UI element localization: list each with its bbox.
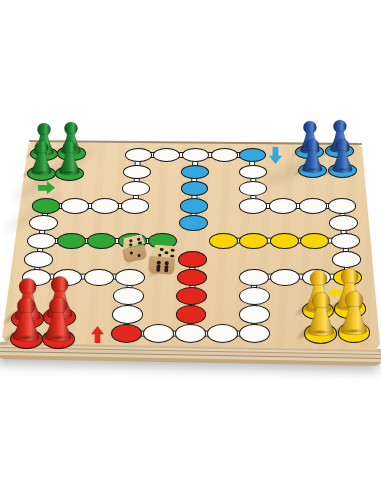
die-1-showing-4[interactable] <box>118 234 148 264</box>
track-field-25[interactable] <box>239 305 270 324</box>
die-front-face <box>148 257 176 276</box>
die-pip <box>164 269 168 273</box>
pawn-yellow-3[interactable] <box>305 291 337 336</box>
track-field-9[interactable] <box>211 148 238 162</box>
home-field-red-1[interactable] <box>176 305 207 324</box>
track-field-34[interactable] <box>84 269 114 286</box>
track-field-2[interactable] <box>91 198 119 213</box>
die-pip <box>137 238 141 241</box>
pawn-green-3[interactable] <box>29 140 54 175</box>
die-pip <box>165 252 169 255</box>
home-field-yellow-4[interactable] <box>209 233 238 249</box>
die-pip <box>157 268 161 272</box>
track-field-38[interactable] <box>27 233 56 249</box>
home-field-red-3[interactable] <box>177 269 207 286</box>
track-field-8[interactable] <box>182 148 209 162</box>
track-field-5[interactable] <box>123 165 150 179</box>
die-pip <box>160 248 164 251</box>
track-field-24[interactable] <box>239 287 269 305</box>
die-pip <box>129 239 133 242</box>
track-field-14[interactable] <box>269 198 297 213</box>
track-field-7[interactable] <box>153 148 180 162</box>
track-field-29[interactable] <box>143 324 174 343</box>
track-field-11[interactable] <box>239 165 266 179</box>
track-field-39[interactable] <box>29 215 58 231</box>
pawn-blue-3[interactable] <box>300 138 325 173</box>
track-field-15[interactable] <box>299 198 327 213</box>
home-field-red-4[interactable] <box>178 251 207 268</box>
home-field-red-2[interactable] <box>176 287 206 305</box>
pawn-red-4[interactable] <box>42 296 74 341</box>
track-field-28[interactable] <box>175 324 206 343</box>
track-field-32[interactable] <box>113 287 143 305</box>
track-field-22[interactable] <box>270 269 300 286</box>
track-field-1[interactable] <box>61 198 89 213</box>
track-field-13[interactable] <box>239 198 267 213</box>
track-field-16[interactable] <box>328 198 356 213</box>
track-field-37[interactable] <box>24 251 53 268</box>
pawn-contact-shadow <box>59 170 80 175</box>
track-field-27[interactable] <box>207 324 238 343</box>
pawn-yellow-4[interactable] <box>338 290 370 335</box>
pawn-blue-4[interactable] <box>330 138 355 173</box>
start-field-blue[interactable] <box>239 148 266 162</box>
home-field-blue-1[interactable] <box>181 165 208 179</box>
track-field-4[interactable] <box>122 181 150 196</box>
home-field-green-1[interactable] <box>57 233 86 249</box>
track-field-6[interactable] <box>125 148 152 162</box>
track-field-23[interactable] <box>239 269 269 286</box>
pawn-green-4[interactable] <box>57 140 82 175</box>
ludo-board-photo <box>0 0 381 492</box>
start-field-red[interactable] <box>111 324 142 343</box>
home-field-yellow-2[interactable] <box>270 233 299 249</box>
die-pip <box>137 254 141 258</box>
track-field-19[interactable] <box>332 251 361 268</box>
track-field-12[interactable] <box>239 181 267 196</box>
die-pip <box>129 251 133 255</box>
home-field-blue-3[interactable] <box>180 198 208 213</box>
die-2-showing-5[interactable] <box>147 244 178 275</box>
track-field-3[interactable] <box>121 198 149 213</box>
track-field-31[interactable] <box>112 305 143 324</box>
die-pip <box>171 249 175 252</box>
start-field-green[interactable] <box>32 198 60 213</box>
track-field-18[interactable] <box>331 233 360 249</box>
